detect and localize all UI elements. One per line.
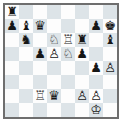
square-b6[interactable]: ♞ xyxy=(19,33,33,47)
square-b4[interactable] xyxy=(19,61,33,75)
square-d2[interactable]: ♛ xyxy=(47,89,61,103)
square-h4[interactable]: ♙ xyxy=(103,61,117,75)
white-pawn: ♙ xyxy=(104,61,116,75)
black-rook: ♜ xyxy=(6,5,18,19)
square-b1[interactable] xyxy=(19,103,33,117)
square-f1[interactable] xyxy=(75,103,89,117)
square-c6[interactable] xyxy=(33,33,47,47)
white-rook: ♖ xyxy=(62,33,74,47)
square-g5[interactable] xyxy=(89,47,103,61)
square-g3[interactable] xyxy=(89,75,103,89)
square-d6[interactable]: ♘ xyxy=(47,33,61,47)
white-knight: ♘ xyxy=(48,33,60,47)
black-pawn: ♟ xyxy=(76,47,88,61)
square-d3[interactable] xyxy=(47,75,61,89)
square-b8[interactable] xyxy=(19,5,33,19)
square-a4[interactable] xyxy=(5,61,19,75)
black-bishop: ♝ xyxy=(104,33,116,47)
square-f7[interactable] xyxy=(75,19,89,33)
square-f3[interactable] xyxy=(75,75,89,89)
square-g4[interactable]: ♟ xyxy=(89,61,103,75)
square-g7[interactable]: ♟ xyxy=(89,19,103,33)
square-c2[interactable]: ♖ xyxy=(33,89,47,103)
black-pawn: ♟ xyxy=(6,19,18,33)
square-e3[interactable] xyxy=(61,75,75,89)
black-knight: ♞ xyxy=(20,33,32,47)
square-a3[interactable] xyxy=(5,75,19,89)
square-d7[interactable] xyxy=(47,19,61,33)
square-a1[interactable] xyxy=(5,103,19,117)
square-e5[interactable]: ♘ xyxy=(61,47,75,61)
square-f2[interactable]: ♙ xyxy=(75,89,89,103)
square-a5[interactable] xyxy=(5,47,19,61)
square-g6[interactable] xyxy=(89,33,103,47)
square-a7[interactable]: ♟ xyxy=(5,19,19,33)
white-rook: ♖ xyxy=(34,89,46,103)
square-c7[interactable]: ♛ xyxy=(33,19,47,33)
square-a6[interactable] xyxy=(5,33,19,47)
black-queen: ♛ xyxy=(48,89,60,103)
black-pawn: ♟ xyxy=(90,19,102,33)
white-pawn: ♙ xyxy=(90,89,102,103)
square-f8[interactable] xyxy=(75,5,89,19)
square-d8[interactable] xyxy=(47,5,61,19)
square-e2[interactable] xyxy=(61,89,75,103)
square-d4[interactable] xyxy=(47,61,61,75)
square-e8[interactable] xyxy=(61,5,75,19)
square-d5[interactable]: ♙ xyxy=(47,47,61,61)
square-e4[interactable] xyxy=(61,61,75,75)
square-h8[interactable] xyxy=(103,5,117,19)
square-g8[interactable] xyxy=(89,5,103,19)
square-f5[interactable]: ♟ xyxy=(75,47,89,61)
square-g2[interactable]: ♙ xyxy=(89,89,103,103)
white-knight: ♘ xyxy=(62,47,74,61)
square-h6[interactable]: ♝ xyxy=(103,33,117,47)
square-b3[interactable] xyxy=(19,75,33,89)
square-d1[interactable] xyxy=(47,103,61,117)
square-f6[interactable]: ♜ xyxy=(75,33,89,47)
square-h7[interactable]: ♚ xyxy=(103,19,117,33)
square-a8[interactable]: ♜ xyxy=(5,5,19,19)
square-e7[interactable] xyxy=(61,19,75,33)
square-a2[interactable] xyxy=(5,89,19,103)
white-pawn: ♙ xyxy=(48,47,60,61)
square-c4[interactable] xyxy=(33,61,47,75)
black-bishop: ♝ xyxy=(20,19,32,33)
black-rook: ♜ xyxy=(76,33,88,47)
black-pawn: ♟ xyxy=(90,61,102,75)
square-b7[interactable]: ♝ xyxy=(19,19,33,33)
square-f4[interactable] xyxy=(75,61,89,75)
square-h1[interactable] xyxy=(103,103,117,117)
square-h5[interactable] xyxy=(103,47,117,61)
square-b5[interactable] xyxy=(19,47,33,61)
square-c5[interactable]: ♟ xyxy=(33,47,47,61)
square-e1[interactable] xyxy=(61,103,75,117)
square-e6[interactable]: ♖ xyxy=(61,33,75,47)
black-king: ♚ xyxy=(104,19,116,33)
white-pawn: ♙ xyxy=(76,89,88,103)
square-h3[interactable] xyxy=(103,75,117,89)
square-c8[interactable] xyxy=(33,5,47,19)
white-king: ♔ xyxy=(90,103,102,117)
square-b2[interactable] xyxy=(19,89,33,103)
chess-board-grid: ♜♟♝♛♟♚♞♘♖♜♝♟♙♘♟♟♙♖♛♙♙♔ xyxy=(5,5,117,117)
square-h2[interactable] xyxy=(103,89,117,103)
square-g1[interactable]: ♔ xyxy=(89,103,103,117)
black-queen: ♛ xyxy=(34,19,46,33)
square-c1[interactable] xyxy=(33,103,47,117)
chess-board: ♜♟♝♛♟♚♞♘♖♜♝♟♙♘♟♟♙♖♛♙♙♔ xyxy=(3,3,119,119)
square-c3[interactable] xyxy=(33,75,47,89)
black-pawn: ♟ xyxy=(34,47,46,61)
